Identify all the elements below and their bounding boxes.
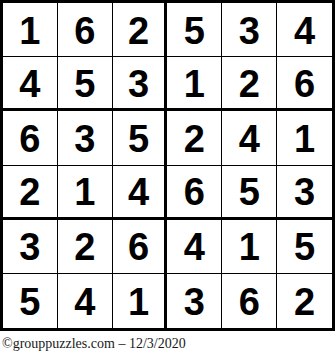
copyright-credit: ©grouppuzzles.com – 12/3/2020 [2, 336, 186, 352]
cell-r3c4: 2 [167, 111, 222, 165]
cell-r2c3: 3 [113, 57, 168, 111]
cell-r3c6: 1 [277, 111, 332, 165]
cell-r2c5: 2 [222, 57, 277, 111]
cell-r6c2: 4 [58, 274, 113, 328]
cell-r2c1: 4 [3, 57, 58, 111]
cell-r5c5: 1 [222, 220, 277, 274]
cell-r2c4: 1 [167, 57, 222, 111]
cell-r5c1: 3 [3, 220, 58, 274]
cell-r4c5: 5 [222, 166, 277, 220]
cell-r4c2: 1 [58, 166, 113, 220]
cell-r6c4: 3 [167, 274, 222, 328]
cell-r5c4: 4 [167, 220, 222, 274]
cell-r1c1: 1 [3, 3, 58, 57]
cell-r6c3: 1 [113, 274, 168, 328]
cell-r1c5: 3 [222, 3, 277, 57]
sudoku-board: 1 6 2 5 3 4 4 5 3 1 2 6 6 3 5 2 4 1 2 1 … [0, 0, 335, 331]
cell-r6c5: 6 [222, 274, 277, 328]
cell-r4c3: 4 [113, 166, 168, 220]
cell-r3c1: 6 [3, 111, 58, 165]
cell-r3c5: 4 [222, 111, 277, 165]
cell-r1c6: 4 [277, 3, 332, 57]
cell-r6c1: 5 [3, 274, 58, 328]
cell-r2c6: 6 [277, 57, 332, 111]
sudoku-page: 1 6 2 5 3 4 4 5 3 1 2 6 6 3 5 2 4 1 2 1 … [0, 0, 335, 357]
cell-r3c3: 5 [113, 111, 168, 165]
cell-r4c4: 6 [167, 166, 222, 220]
cell-r5c3: 6 [113, 220, 168, 274]
cell-r1c3: 2 [113, 3, 168, 57]
cell-r3c2: 3 [58, 111, 113, 165]
cell-r6c6: 2 [277, 274, 332, 328]
cell-r4c6: 3 [277, 166, 332, 220]
cell-r4c1: 2 [3, 166, 58, 220]
cell-r1c2: 6 [58, 3, 113, 57]
cell-r1c4: 5 [167, 3, 222, 57]
cell-r2c2: 5 [58, 57, 113, 111]
cell-r5c6: 5 [277, 220, 332, 274]
cell-r5c2: 2 [58, 220, 113, 274]
